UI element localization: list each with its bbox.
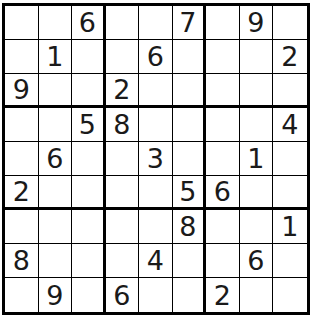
- cell-r5c5[interactable]: 3: [139, 142, 173, 176]
- cell-r3c8[interactable]: [240, 74, 274, 108]
- cell-r8c7[interactable]: [206, 244, 240, 278]
- cell-r3c2[interactable]: [39, 74, 73, 108]
- cell-r3c1[interactable]: 9: [5, 74, 39, 108]
- cell-r7c6[interactable]: 8: [173, 210, 207, 244]
- cell-r4c3[interactable]: 5: [72, 108, 106, 142]
- cell-r3c7[interactable]: [206, 74, 240, 108]
- cell-r1c9[interactable]: [273, 6, 307, 40]
- cell-r4c6[interactable]: [173, 108, 207, 142]
- cell-r1c4[interactable]: [106, 6, 140, 40]
- cell-r2c3[interactable]: [72, 40, 106, 74]
- cell-r4c7[interactable]: [206, 108, 240, 142]
- cell-r5c4[interactable]: [106, 142, 140, 176]
- cell-r7c2[interactable]: [39, 210, 73, 244]
- cell-r4c2[interactable]: [39, 108, 73, 142]
- cell-r6c3[interactable]: [72, 176, 106, 210]
- cell-r4c5[interactable]: [139, 108, 173, 142]
- cell-r8c8[interactable]: 6: [240, 244, 274, 278]
- cell-r5c3[interactable]: [72, 142, 106, 176]
- cell-r2c1[interactable]: [5, 40, 39, 74]
- cell-r6c8[interactable]: [240, 176, 274, 210]
- cell-r3c9[interactable]: [273, 74, 307, 108]
- cell-r2c6[interactable]: [173, 40, 207, 74]
- cell-r1c2[interactable]: [39, 6, 73, 40]
- cell-r2c9[interactable]: 2: [273, 40, 307, 74]
- cell-r9c7[interactable]: 2: [206, 278, 240, 312]
- cell-r5c6[interactable]: [173, 142, 207, 176]
- cell-r3c3[interactable]: [72, 74, 106, 108]
- cell-r1c5[interactable]: [139, 6, 173, 40]
- cell-r6c6[interactable]: 5: [173, 176, 207, 210]
- cell-r2c8[interactable]: [240, 40, 274, 74]
- sudoku-board: 6791629258463125681846962: [2, 3, 310, 315]
- cell-r8c6[interactable]: [173, 244, 207, 278]
- cell-r3c6[interactable]: [173, 74, 207, 108]
- cell-r6c7[interactable]: 6: [206, 176, 240, 210]
- cell-r8c1[interactable]: 8: [5, 244, 39, 278]
- cell-r8c9[interactable]: [273, 244, 307, 278]
- cell-r7c4[interactable]: [106, 210, 140, 244]
- cell-r1c1[interactable]: [5, 6, 39, 40]
- cell-r6c9[interactable]: [273, 176, 307, 210]
- cell-r2c7[interactable]: [206, 40, 240, 74]
- cell-r6c5[interactable]: [139, 176, 173, 210]
- cell-r7c5[interactable]: [139, 210, 173, 244]
- cell-r9c8[interactable]: [240, 278, 274, 312]
- cell-r5c1[interactable]: [5, 142, 39, 176]
- cell-r4c1[interactable]: [5, 108, 39, 142]
- cell-r4c4[interactable]: 8: [106, 108, 140, 142]
- cell-r8c2[interactable]: [39, 244, 73, 278]
- cell-r3c4[interactable]: 2: [106, 74, 140, 108]
- cell-r2c5[interactable]: 6: [139, 40, 173, 74]
- cell-r4c8[interactable]: [240, 108, 274, 142]
- cell-r7c3[interactable]: [72, 210, 106, 244]
- cell-r1c7[interactable]: [206, 6, 240, 40]
- cell-r9c5[interactable]: [139, 278, 173, 312]
- cell-r6c2[interactable]: [39, 176, 73, 210]
- cell-r5c2[interactable]: 6: [39, 142, 73, 176]
- cell-r6c4[interactable]: [106, 176, 140, 210]
- cell-r6c1[interactable]: 2: [5, 176, 39, 210]
- cell-r5c9[interactable]: [273, 142, 307, 176]
- cell-r9c2[interactable]: 9: [39, 278, 73, 312]
- cell-r9c6[interactable]: [173, 278, 207, 312]
- cell-r8c4[interactable]: [106, 244, 140, 278]
- cell-r2c4[interactable]: [106, 40, 140, 74]
- cell-r5c7[interactable]: [206, 142, 240, 176]
- cell-r4c9[interactable]: 4: [273, 108, 307, 142]
- cell-r7c8[interactable]: [240, 210, 274, 244]
- cell-r9c9[interactable]: [273, 278, 307, 312]
- cell-r1c6[interactable]: 7: [173, 6, 207, 40]
- cell-r1c8[interactable]: 9: [240, 6, 274, 40]
- cell-r8c5[interactable]: 4: [139, 244, 173, 278]
- cell-r8c3[interactable]: [72, 244, 106, 278]
- cell-r5c8[interactable]: 1: [240, 142, 274, 176]
- cell-r7c7[interactable]: [206, 210, 240, 244]
- cell-r9c4[interactable]: 6: [106, 278, 140, 312]
- cell-r1c3[interactable]: 6: [72, 6, 106, 40]
- cell-r7c1[interactable]: [5, 210, 39, 244]
- cell-r3c5[interactable]: [139, 74, 173, 108]
- cell-r2c2[interactable]: 1: [39, 40, 73, 74]
- cell-r7c9[interactable]: 1: [273, 210, 307, 244]
- cell-r9c1[interactable]: [5, 278, 39, 312]
- cell-r9c3[interactable]: [72, 278, 106, 312]
